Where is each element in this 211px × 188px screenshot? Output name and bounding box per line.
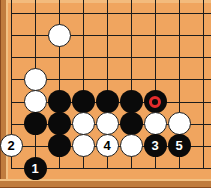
stone-white-c6r7 — [120, 134, 143, 157]
stone-black-c6r6 — [120, 112, 143, 135]
stone-white-c5r7: 4 — [96, 134, 119, 157]
stone-black-c6r5 — [120, 90, 143, 113]
move-number-label: 5 — [175, 139, 182, 152]
move-number-label: 4 — [103, 139, 110, 152]
stone-black-c7r5 — [144, 90, 167, 113]
board-frame-bottom — [0, 179, 211, 188]
stone-black-c3r7 — [48, 134, 71, 157]
stone-black-c2r8: 1 — [24, 157, 47, 180]
move-number-label: 1 — [31, 162, 38, 175]
stone-black-c4r5 — [72, 90, 95, 113]
stone-white-c4r6 — [72, 112, 95, 135]
stone-black-c3r5 — [48, 90, 71, 113]
stone-white-c5r6 — [96, 112, 119, 135]
stone-white-c4r7 — [72, 134, 95, 157]
move-number-label: 2 — [7, 139, 14, 152]
board-grid: 24351 — [0, 2, 211, 179]
stone-white-c3r2 — [48, 24, 71, 47]
stone-white-c2r4 — [24, 68, 47, 91]
red-circle-marker-icon — [149, 96, 161, 108]
stone-black-c5r5 — [96, 90, 119, 113]
stone-white-c8r6 — [168, 112, 191, 135]
stone-white-c7r6 — [144, 112, 167, 135]
stone-white-c2r5 — [24, 90, 47, 113]
stone-black-c7r7: 3 — [144, 134, 167, 157]
stone-black-c2r6 — [24, 112, 47, 135]
stone-black-c8r7: 5 — [168, 134, 191, 157]
move-number-label: 3 — [151, 139, 158, 152]
go-board-diagram: 24351 — [0, 0, 211, 188]
stone-white-c1r7: 2 — [0, 134, 23, 157]
stone-black-c3r6 — [48, 112, 71, 135]
